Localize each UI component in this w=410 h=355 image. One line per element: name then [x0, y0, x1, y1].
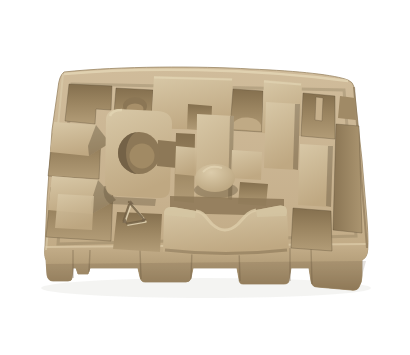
cavity — [291, 208, 332, 251]
pin-tab — [315, 97, 323, 121]
c-ring-opening — [157, 140, 178, 168]
dome-bump — [195, 164, 235, 192]
pulp-tray-photo: Molded pulp packaging insert tray — [0, 0, 410, 355]
cavity — [333, 124, 362, 233]
cavity — [338, 96, 356, 120]
center-cross-arm — [175, 146, 197, 176]
tray — [45, 67, 368, 290]
center-cross-arm — [231, 150, 262, 180]
cavity — [113, 212, 162, 252]
boss-block — [55, 194, 94, 230]
c-ring-recess-floor — [130, 144, 155, 169]
